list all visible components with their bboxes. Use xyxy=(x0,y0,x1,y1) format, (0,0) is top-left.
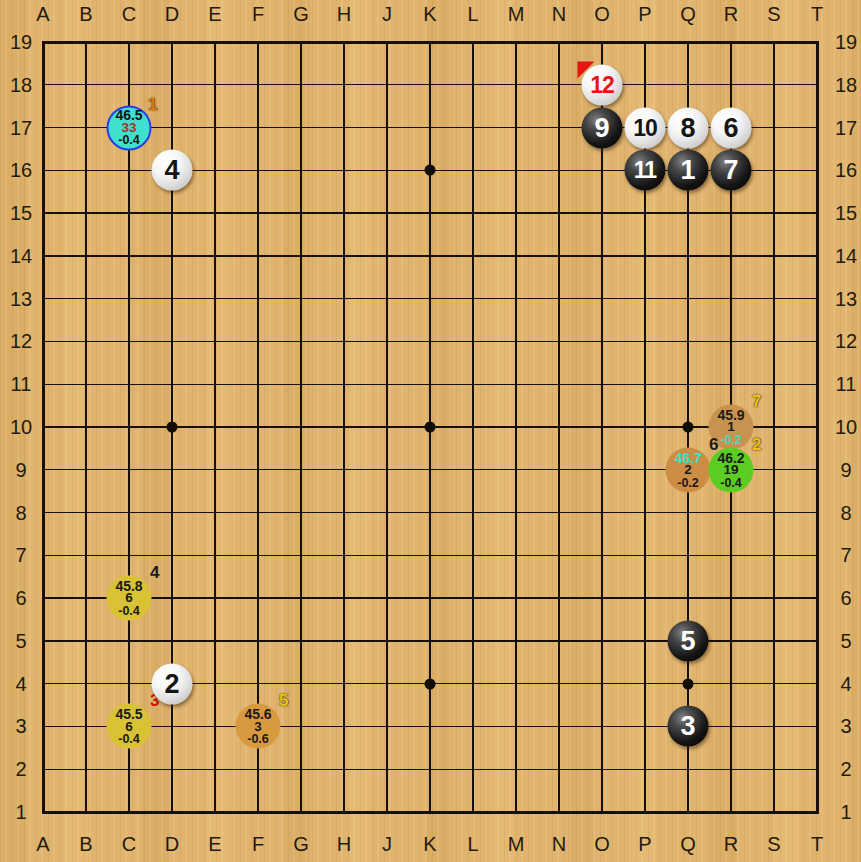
coord-label-top-J: J xyxy=(370,3,404,25)
coord-label-top-O: O xyxy=(585,3,619,25)
stone-white-12[interactable]: 12 xyxy=(582,64,623,105)
coord-label-left-2: 2 xyxy=(4,758,38,780)
coord-label-top-N: N xyxy=(542,3,576,25)
coord-label-top-F: F xyxy=(241,3,275,25)
stone-white-10[interactable]: 10 xyxy=(625,107,666,148)
coord-label-left-16: 16 xyxy=(4,159,38,181)
visits-text: 1 xyxy=(727,421,735,434)
coord-label-left-7: 7 xyxy=(4,544,38,566)
coord-label-top-Q: Q xyxy=(671,3,705,25)
score-text: -0.2 xyxy=(677,476,699,489)
coord-label-right-9: 9 xyxy=(829,459,861,481)
analysis-mark-C17[interactable]: 46.533-0.41 xyxy=(107,105,152,150)
coord-label-right-10: 10 xyxy=(829,416,861,438)
coord-label-right-16: 16 xyxy=(829,159,861,181)
coord-label-right-15: 15 xyxy=(829,202,861,224)
visits-text: 2 xyxy=(684,464,692,477)
star-point xyxy=(683,422,694,433)
star-point xyxy=(425,422,436,433)
coord-label-right-6: 6 xyxy=(829,587,861,609)
coord-label-bottom-Q: Q xyxy=(671,833,705,855)
stone-black-5[interactable]: 5 xyxy=(668,620,709,661)
score-text: -0.2 xyxy=(720,433,742,446)
coord-label-bottom-M: M xyxy=(499,833,533,855)
coord-label-top-B: B xyxy=(69,3,103,25)
visits-text: 6 xyxy=(125,720,133,733)
visits-text: 6 xyxy=(125,592,133,605)
star-point xyxy=(167,422,178,433)
coord-label-bottom-H: H xyxy=(327,833,361,855)
stone-black-9[interactable]: 9 xyxy=(582,107,623,148)
coord-label-left-9: 9 xyxy=(4,459,38,481)
coord-label-left-8: 8 xyxy=(4,502,38,524)
coord-label-bottom-K: K xyxy=(413,833,447,855)
stone-white-2[interactable]: 2 xyxy=(152,663,193,704)
coord-label-bottom-J: J xyxy=(370,833,404,855)
coord-label-right-12: 12 xyxy=(829,330,861,352)
coord-label-right-11: 11 xyxy=(829,373,861,395)
coord-label-left-17: 17 xyxy=(4,117,38,139)
star-point xyxy=(425,165,436,176)
coord-label-left-13: 13 xyxy=(4,288,38,310)
coord-label-right-3: 3 xyxy=(829,715,861,737)
analysis-mark-C3[interactable]: 45.56-0.43 xyxy=(107,704,152,749)
stone-number: 10 xyxy=(633,116,657,139)
coord-label-right-8: 8 xyxy=(829,502,861,524)
coord-label-right-18: 18 xyxy=(829,74,861,96)
coord-label-left-12: 12 xyxy=(4,330,38,352)
coord-label-top-S: S xyxy=(757,3,791,25)
score-text: -0.4 xyxy=(720,476,742,489)
stone-number: 1 xyxy=(680,157,695,184)
coord-label-top-R: R xyxy=(714,3,748,25)
coord-label-left-1: 1 xyxy=(4,801,38,823)
stone-number: 7 xyxy=(723,157,738,184)
coord-label-right-19: 19 xyxy=(829,31,861,53)
stone-number: 9 xyxy=(594,114,609,141)
coord-label-bottom-L: L xyxy=(456,833,490,855)
rank-badge: 2 xyxy=(752,435,761,452)
coord-label-left-18: 18 xyxy=(4,74,38,96)
stone-black-11[interactable]: 11 xyxy=(625,150,666,191)
score-text: -0.4 xyxy=(118,733,140,746)
coord-label-left-4: 4 xyxy=(4,673,38,695)
coord-label-left-11: 11 xyxy=(4,373,38,395)
coord-label-bottom-S: S xyxy=(757,833,791,855)
visits-text: 3 xyxy=(254,720,262,733)
rank-badge: 1 xyxy=(148,95,157,112)
coord-label-bottom-R: R xyxy=(714,833,748,855)
coord-label-top-L: L xyxy=(456,3,490,25)
coord-label-left-15: 15 xyxy=(4,202,38,224)
coord-label-right-17: 17 xyxy=(829,117,861,139)
stone-number: 3 xyxy=(680,713,695,740)
visits-text: 19 xyxy=(723,464,738,477)
coord-label-left-5: 5 xyxy=(4,630,38,652)
coord-label-bottom-T: T xyxy=(800,833,834,855)
coord-label-bottom-G: G xyxy=(284,833,318,855)
analysis-mark-R9[interactable]: 46.219-0.42 xyxy=(709,447,754,492)
stone-number: 8 xyxy=(680,114,695,141)
coord-label-top-D: D xyxy=(155,3,189,25)
stone-number: 6 xyxy=(723,114,738,141)
stone-number: 2 xyxy=(164,670,179,697)
coord-label-top-K: K xyxy=(413,3,447,25)
last-move-marker-icon xyxy=(578,61,595,78)
coord-label-top-H: H xyxy=(327,3,361,25)
coord-label-bottom-P: P xyxy=(628,833,662,855)
analysis-mark-C6[interactable]: 45.86-0.44 xyxy=(107,576,152,621)
stone-black-1[interactable]: 1 xyxy=(668,150,709,191)
analysis-mark-Q9[interactable]: 46.72-0.26 xyxy=(666,447,711,492)
coord-label-bottom-A: A xyxy=(26,833,60,855)
rank-badge: 5 xyxy=(279,692,288,709)
stone-white-4[interactable]: 4 xyxy=(152,150,193,191)
coord-label-right-14: 14 xyxy=(829,245,861,267)
score-text: -0.4 xyxy=(118,604,140,617)
stone-white-6[interactable]: 6 xyxy=(711,107,752,148)
visits-text: 33 xyxy=(121,121,136,134)
star-point xyxy=(683,678,694,689)
stone-white-8[interactable]: 8 xyxy=(668,107,709,148)
coord-label-right-1: 1 xyxy=(829,801,861,823)
score-text: -0.4 xyxy=(118,134,140,147)
star-point xyxy=(425,678,436,689)
coord-label-top-C: C xyxy=(112,3,146,25)
coord-label-bottom-E: E xyxy=(198,833,232,855)
coord-label-bottom-B: B xyxy=(69,833,103,855)
coord-label-right-7: 7 xyxy=(829,544,861,566)
coord-label-right-5: 5 xyxy=(829,630,861,652)
coord-label-bottom-O: O xyxy=(585,833,619,855)
coord-label-bottom-D: D xyxy=(155,833,189,855)
coord-label-bottom-F: F xyxy=(241,833,275,855)
coord-label-bottom-N: N xyxy=(542,833,576,855)
coord-label-top-E: E xyxy=(198,3,232,25)
stone-black-7[interactable]: 7 xyxy=(711,150,752,191)
coord-label-top-A: A xyxy=(26,3,60,25)
go-board[interactable]: AABBCCDDEEFFGGHHJJKKLLMMNNOOPPQQRRSSTT19… xyxy=(0,0,861,862)
stone-number: 11 xyxy=(634,159,656,182)
analysis-mark-F3[interactable]: 45.63-0.65 xyxy=(236,704,281,749)
coord-label-right-4: 4 xyxy=(829,673,861,695)
coord-label-top-M: M xyxy=(499,3,533,25)
coord-label-top-P: P xyxy=(628,3,662,25)
coord-label-left-3: 3 xyxy=(4,715,38,737)
stone-black-3[interactable]: 3 xyxy=(668,706,709,747)
stone-number: 4 xyxy=(164,157,179,184)
rank-badge: 4 xyxy=(150,564,159,581)
score-text: -0.6 xyxy=(247,733,269,746)
coord-label-bottom-C: C xyxy=(112,833,146,855)
coord-label-right-13: 13 xyxy=(829,288,861,310)
coord-label-top-G: G xyxy=(284,3,318,25)
coord-label-left-10: 10 xyxy=(4,416,38,438)
coord-label-top-T: T xyxy=(800,3,834,25)
coord-label-left-6: 6 xyxy=(4,587,38,609)
coord-label-left-14: 14 xyxy=(4,245,38,267)
coord-label-right-2: 2 xyxy=(829,758,861,780)
rank-badge: 7 xyxy=(752,393,761,410)
stone-number: 5 xyxy=(680,627,695,654)
coord-label-left-19: 19 xyxy=(4,31,38,53)
